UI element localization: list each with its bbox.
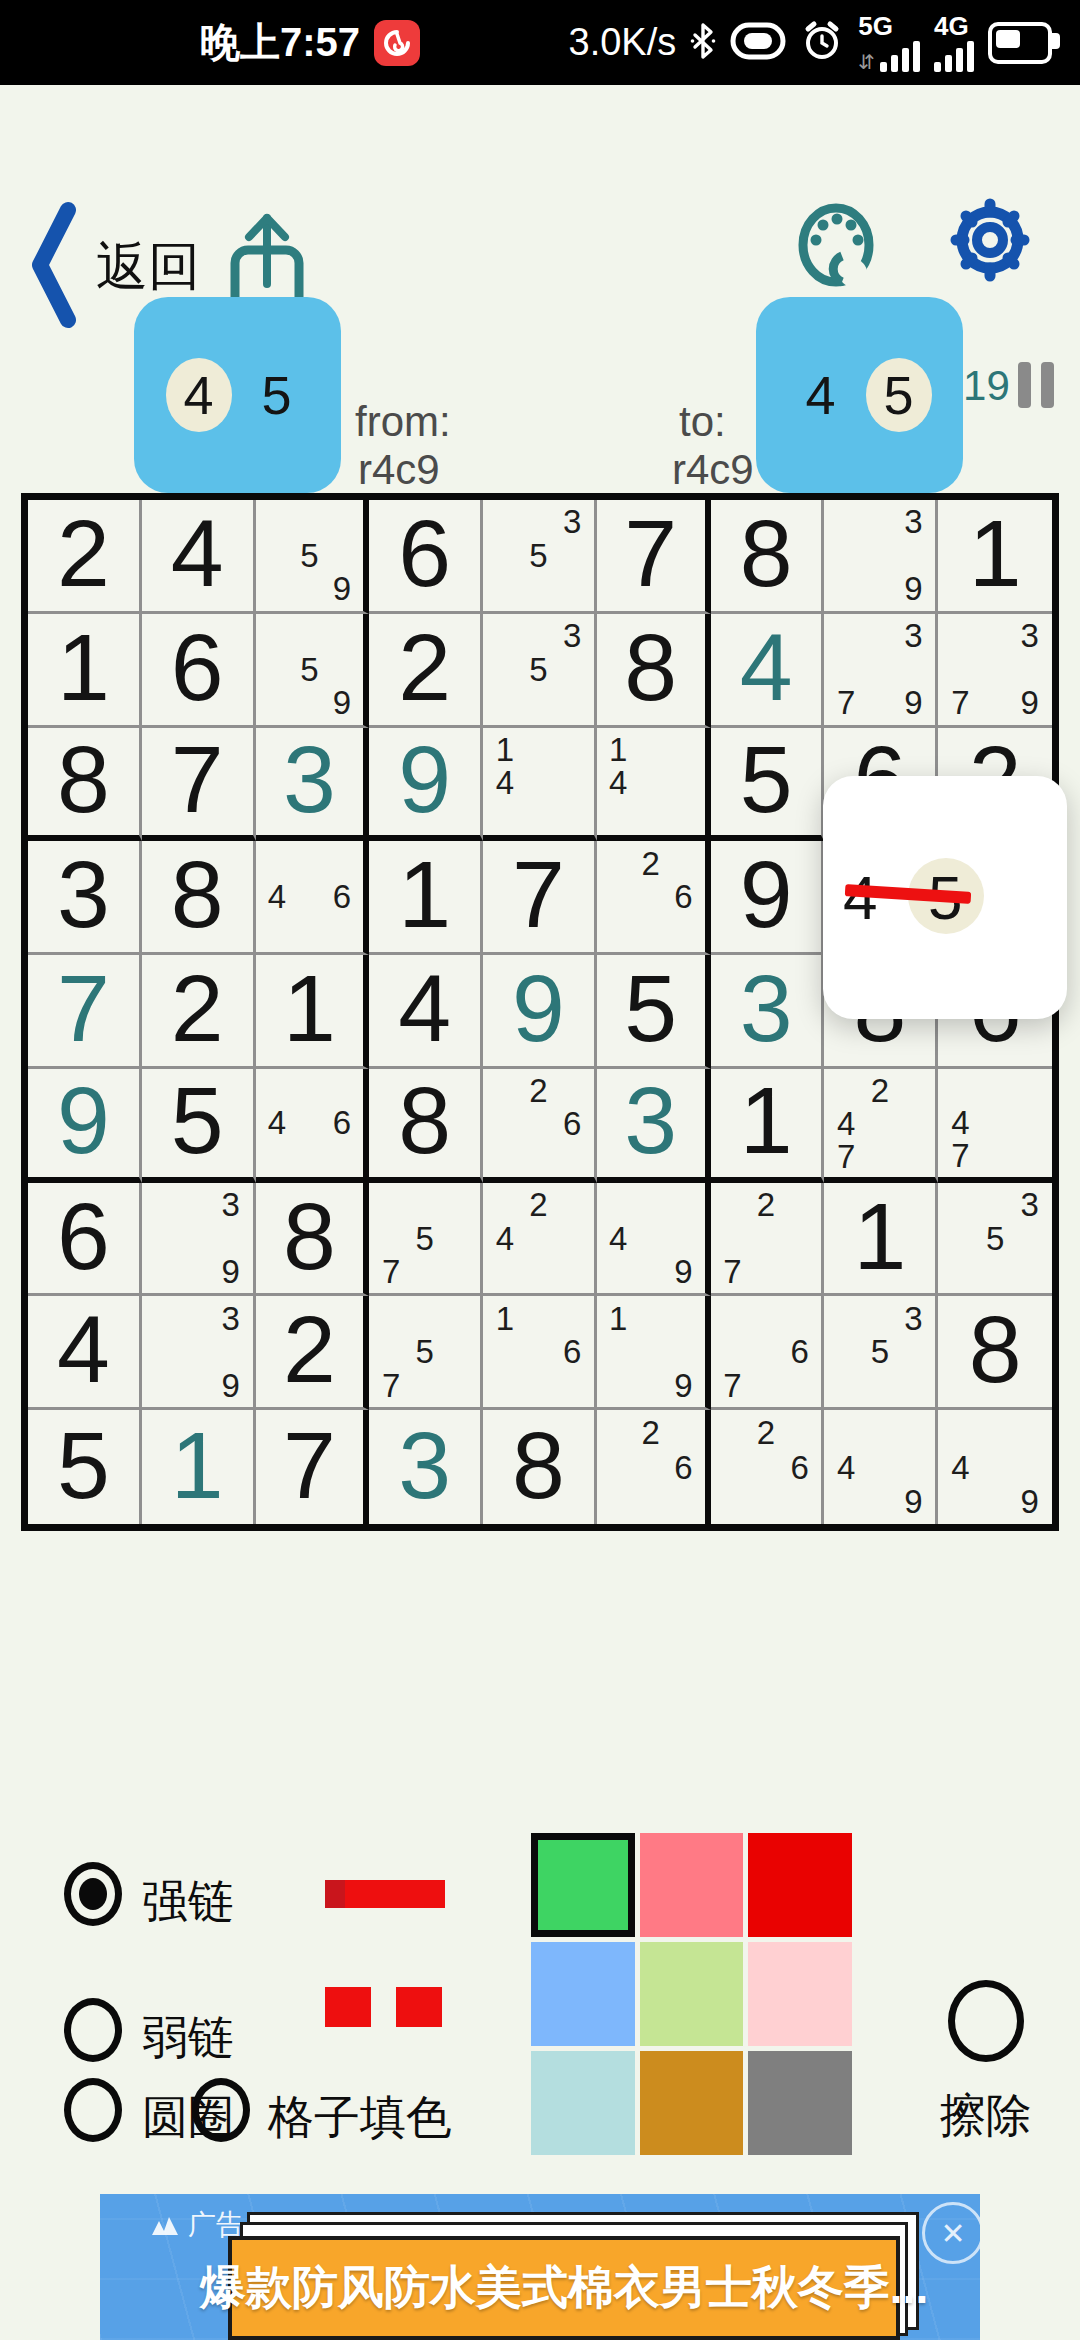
cell-digit: 3 [740, 961, 793, 1056]
sudoku-cell[interactable]: 8 [369, 1069, 483, 1183]
radio-circle[interactable] [64, 2078, 122, 2142]
network-speed: 3.0K/s [569, 21, 677, 64]
cell-candidates: 59 [261, 619, 359, 720]
status-bar: 晚上7:57 3.0K/s 5G ⇵ 4G [0, 0, 1080, 85]
cell-digit: 1 [171, 1418, 224, 1513]
cell-candidates: 39 [829, 505, 930, 606]
to-digit-2[interactable]: 5 [866, 358, 932, 432]
sudoku-cell[interactable]: 49 [938, 1410, 1052, 1524]
weak-link-sample [396, 1987, 442, 2027]
sudoku-cell[interactable]: 6 [369, 500, 483, 614]
sudoku-cell[interactable]: 19 [597, 1296, 711, 1410]
cell-digit: 7 [57, 961, 110, 1056]
cell-digit: 9 [512, 961, 565, 1056]
sudoku-cell[interactable]: 1 [28, 614, 142, 728]
to-label: to: [679, 398, 726, 446]
sudoku-cell[interactable]: 3 [369, 1410, 483, 1524]
cell-digit: 7 [624, 506, 677, 601]
cell-digit: 9 [57, 1073, 110, 1168]
cell-digit: 4 [398, 961, 451, 1056]
sudoku-cell[interactable]: 9 [711, 841, 825, 955]
ad-headline: 爆款防风防水美式棉衣男士秋冬季... [200, 2257, 928, 2319]
cell-digit: 3 [57, 847, 110, 942]
sudoku-cell[interactable]: 9 [483, 955, 597, 1069]
cell-digit: 6 [398, 506, 451, 601]
color-swatch[interactable] [748, 1833, 852, 1937]
cell-candidates: 27 [716, 1188, 817, 1289]
from-cell-ref: r4c9 [358, 446, 440, 494]
ad-close-icon[interactable]: ✕ [922, 2202, 980, 2264]
cell-candidates: 57 [374, 1188, 475, 1289]
sudoku-cell[interactable]: 9 [28, 1069, 142, 1183]
from-box[interactable]: 4 5 [134, 297, 341, 493]
battery-icon [988, 22, 1052, 64]
sudoku-cell[interactable]: 1 [938, 500, 1052, 614]
cell-digit: 5 [171, 1073, 224, 1168]
sudoku-cell[interactable]: 16 [483, 1296, 597, 1410]
alarm-icon [800, 19, 844, 67]
cell-digit: 3 [624, 1073, 677, 1168]
link-popup: 4 5 [823, 776, 1067, 1019]
sudoku-cell[interactable]: 8 [256, 1183, 370, 1297]
palette-icon[interactable] [796, 198, 876, 294]
cell-digit: 2 [398, 620, 451, 715]
color-swatch[interactable] [748, 1942, 852, 2046]
cell-digit: 1 [969, 506, 1022, 601]
sudoku-cell[interactable]: 6 [28, 1183, 142, 1297]
sudoku-cell[interactable]: 9 [369, 728, 483, 842]
sudoku-cell[interactable]: 7 [483, 841, 597, 955]
sudoku-cell[interactable]: 7 [142, 728, 256, 842]
cell-candidates: 57 [374, 1301, 475, 1402]
sudoku-cell[interactable]: 27 [711, 1183, 825, 1297]
sudoku-cell[interactable]: 49 [824, 1410, 938, 1524]
pill-mode-icon [730, 21, 786, 65]
radio-weak-link[interactable] [64, 1998, 122, 2062]
sudoku-cell[interactable]: 2 [369, 614, 483, 728]
radio-cell-fill[interactable] [192, 2078, 250, 2142]
cell-candidates: 16 [488, 1301, 589, 1402]
sudoku-cell[interactable]: 57 [369, 1296, 483, 1410]
sudoku-cell[interactable]: 8 [142, 841, 256, 955]
strong-link-label: 强链 [142, 1871, 234, 1933]
cell-digit: 9 [398, 732, 451, 827]
cell-digit: 4 [57, 1302, 110, 1397]
cell-candidates: 49 [602, 1188, 700, 1289]
color-palette [531, 1833, 852, 2155]
sudoku-cell[interactable]: 39 [824, 500, 938, 614]
sudoku-cell[interactable]: 1 [711, 1069, 825, 1183]
cell-candidates: 19 [602, 1301, 700, 1402]
cell-candidates: 26 [488, 1074, 589, 1172]
cell-candidates: 26 [602, 1415, 700, 1519]
cell-digit: 2 [57, 506, 110, 601]
cell-candidates: 247 [829, 1074, 930, 1172]
cell-digit: 3 [283, 732, 336, 827]
sudoku-cell[interactable]: 26 [483, 1069, 597, 1183]
cell-digit: 5 [740, 732, 793, 827]
cell-candidates: 24 [488, 1188, 589, 1289]
cell-digit: 8 [512, 1418, 565, 1513]
cell-digit: 7 [512, 847, 565, 942]
cell-fill-label: 格子填色 [268, 2087, 452, 2149]
back-label: 返回 [96, 232, 200, 302]
cell-candidates: 39 [147, 1188, 248, 1289]
sudoku-cell[interactable]: 47 [938, 1069, 1052, 1183]
cell-candidates: 26 [602, 846, 700, 947]
color-swatch[interactable] [640, 1833, 744, 1937]
sudoku-cell[interactable]: 8 [711, 500, 825, 614]
sudoku-cell[interactable]: 379 [938, 614, 1052, 728]
cell-candidates: 26 [716, 1415, 817, 1519]
cell-digit: 2 [283, 1302, 336, 1397]
sudoku-cell[interactable]: 14 [483, 728, 597, 842]
to-digit-1[interactable]: 4 [788, 358, 854, 432]
strong-link-sample [325, 1880, 445, 1908]
sudoku-cell[interactable]: 4 [28, 1296, 142, 1410]
cell-candidates: 59 [261, 505, 359, 606]
sudoku-cell[interactable]: 8 [28, 728, 142, 842]
ad-logo-icon [150, 2213, 180, 2237]
cell-candidates: 67 [716, 1301, 817, 1402]
color-swatch[interactable] [531, 1942, 635, 2046]
cell-candidates: 49 [943, 1415, 1047, 1519]
sudoku-cell[interactable]: 57 [369, 1183, 483, 1297]
sudoku-cell[interactable]: 14 [597, 728, 711, 842]
sudoku-cell[interactable]: 1 [369, 841, 483, 955]
cell-candidates: 39 [147, 1301, 248, 1402]
sudoku-cell[interactable]: 26 [597, 841, 711, 955]
cell-candidates: 46 [261, 846, 359, 947]
sudoku-cell[interactable]: 5 [711, 728, 825, 842]
sudoku-cell[interactable]: 59 [256, 614, 370, 728]
cell-digit: 6 [171, 620, 224, 715]
sudoku-cell[interactable]: 39 [142, 1296, 256, 1410]
cell-digit: 4 [740, 620, 793, 715]
erase-label: 擦除 [940, 2085, 1032, 2147]
back-chevron-icon [28, 200, 80, 334]
cell-digit: 8 [740, 506, 793, 601]
cell-digit: 6 [57, 1189, 110, 1284]
sudoku-cell[interactable]: 6 [142, 614, 256, 728]
sudoku-cell[interactable]: 35 [483, 500, 597, 614]
radio-strong-link[interactable] [64, 1862, 122, 1926]
sudoku-cell[interactable]: 1 [142, 1410, 256, 1524]
pause-button[interactable] [1041, 362, 1054, 408]
cell-digit: 9 [740, 847, 793, 942]
sudoku-cell[interactable]: 3 [256, 728, 370, 842]
sudoku-cell[interactable]: 26 [711, 1410, 825, 1524]
cell-digit: 2 [171, 961, 224, 1056]
sudoku-cell[interactable]: 24 [483, 1183, 597, 1297]
cell-candidates: 379 [829, 619, 930, 720]
from-digit-1[interactable]: 4 [166, 358, 232, 432]
erase-button[interactable] [948, 1980, 1024, 2062]
sudoku-cell[interactable]: 4 [142, 500, 256, 614]
ad-banner[interactable]: 广告 爆款防风防水美式棉衣男士秋冬季... ✕ [100, 2194, 980, 2340]
cell-digit: 4 [171, 506, 224, 601]
cell-digit: 8 [398, 1073, 451, 1168]
sudoku-cell[interactable]: 35 [483, 614, 597, 728]
cell-digit: 1 [853, 1189, 906, 1284]
cell-candidates: 47 [943, 1074, 1047, 1172]
sudoku-cell[interactable]: 59 [256, 500, 370, 614]
pause-button[interactable] [1018, 362, 1031, 408]
clock-time: 晚上7:57 [200, 15, 360, 70]
cell-digit: 1 [57, 620, 110, 715]
sudoku-cell[interactable]: 26 [597, 1410, 711, 1524]
cell-digit: 8 [969, 1302, 1022, 1397]
cell-candidates: 14 [488, 733, 589, 831]
sudoku-cell[interactable]: 3 [28, 841, 142, 955]
color-swatch[interactable] [531, 1833, 635, 1937]
cell-digit: 7 [171, 732, 224, 827]
sudoku-cell[interactable]: 4 [369, 955, 483, 1069]
cell-candidates: 35 [488, 619, 589, 720]
sudoku-cell[interactable]: 7 [28, 955, 142, 1069]
sudoku-cell[interactable]: 3 [597, 1069, 711, 1183]
cell-digit: 8 [171, 847, 224, 942]
cell-candidates: 49 [829, 1415, 930, 1519]
settings-gear-icon[interactable] [943, 190, 1037, 294]
sudoku-cell[interactable]: 379 [824, 614, 938, 728]
from-digit-2[interactable]: 5 [244, 358, 310, 432]
sudoku-cell[interactable]: 8 [483, 1410, 597, 1524]
weak-link-label: 弱链 [142, 2007, 234, 2069]
cell-candidates: 35 [488, 505, 589, 606]
signal-5g: 5G ⇵ [858, 13, 920, 72]
sudoku-cell[interactable]: 3 [711, 955, 825, 1069]
music-app-icon [374, 20, 420, 66]
cell-digit: 5 [624, 961, 677, 1056]
signal-4g: 4G [934, 13, 974, 72]
cell-candidates: 35 [943, 1188, 1047, 1289]
cell-digit: 1 [283, 961, 336, 1056]
cell-digit: 8 [57, 732, 110, 827]
color-swatch[interactable] [748, 2051, 852, 2155]
cell-digit: 8 [624, 620, 677, 715]
sudoku-cell[interactable]: 5 [597, 955, 711, 1069]
cell-candidates: 379 [943, 619, 1047, 720]
cell-candidates: 35 [829, 1301, 930, 1402]
sudoku-cell[interactable]: 5 [142, 1069, 256, 1183]
cell-digit: 8 [283, 1189, 336, 1284]
from-label: from: [355, 398, 451, 446]
weak-link-sample [325, 1987, 371, 2027]
to-cell-ref: r4c9 [672, 446, 754, 494]
sudoku-cell[interactable]: 1 [824, 1183, 938, 1297]
sudoku-cell[interactable]: 67 [711, 1296, 825, 1410]
cell-candidates: 14 [602, 733, 700, 831]
sudoku-cell[interactable]: 2 [256, 1296, 370, 1410]
sudoku-cell[interactable]: 247 [824, 1069, 938, 1183]
sudoku-cell[interactable]: 39 [142, 1183, 256, 1297]
color-swatch[interactable] [640, 1942, 744, 2046]
cell-digit: 5 [57, 1418, 110, 1513]
sudoku-cell[interactable]: 8 [938, 1296, 1052, 1410]
cell-digit: 1 [740, 1073, 793, 1168]
cell-digit: 3 [398, 1418, 451, 1513]
sudoku-cell[interactable]: 46 [256, 1069, 370, 1183]
cell-digit: 7 [283, 1418, 336, 1513]
sudoku-cell[interactable]: 7 [256, 1410, 370, 1524]
ad-card-front[interactable]: 爆款防风防水美式棉衣男士秋冬季... [228, 2236, 900, 2340]
sudoku-cell[interactable]: 46 [256, 841, 370, 955]
sudoku-cell[interactable]: 35 [938, 1183, 1052, 1297]
sudoku-cell[interactable]: 1 [256, 955, 370, 1069]
color-swatch[interactable] [531, 2051, 635, 2155]
sudoku-cell[interactable]: 7 [597, 500, 711, 614]
color-swatch[interactable] [640, 2051, 744, 2155]
sudoku-cell[interactable]: 4 [711, 614, 825, 728]
to-box[interactable]: 4 5 [756, 297, 963, 493]
sudoku-cell[interactable]: 35 [824, 1296, 938, 1410]
sudoku-cell[interactable]: 2 [142, 955, 256, 1069]
cell-candidates: 46 [261, 1074, 359, 1172]
sudoku-cell[interactable]: 8 [597, 614, 711, 728]
sudoku-cell[interactable]: 2 [28, 500, 142, 614]
sudoku-cell[interactable]: 49 [597, 1183, 711, 1297]
sudoku-cell[interactable]: 5 [28, 1410, 142, 1524]
cell-digit: 1 [398, 847, 451, 942]
bluetooth-icon [690, 21, 716, 65]
